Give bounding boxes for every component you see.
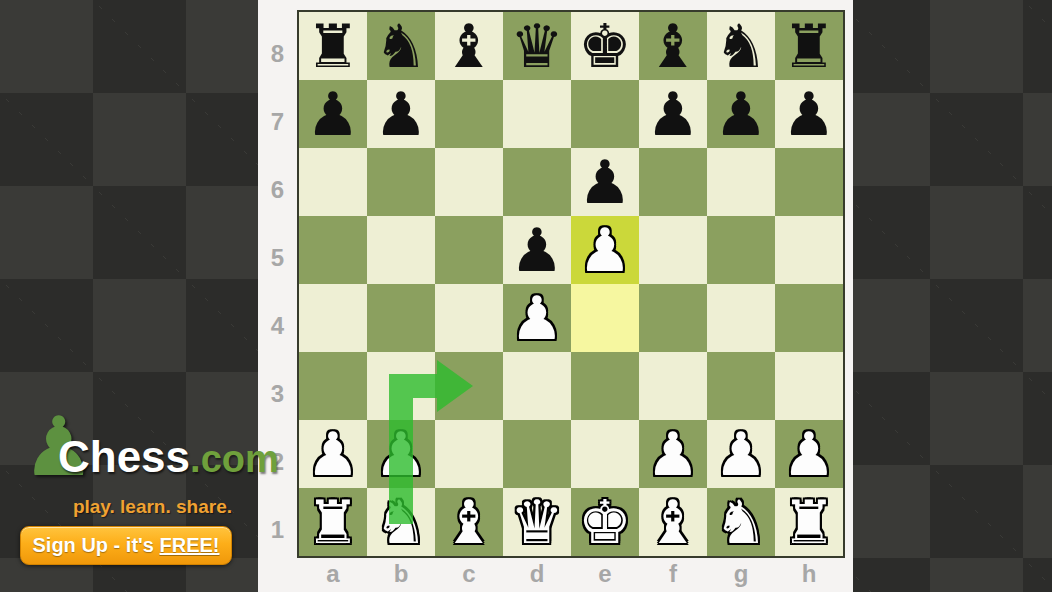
white-bishop-f1[interactable]: ♝	[639, 488, 707, 556]
square-f2[interactable]: ♟	[639, 420, 707, 488]
tagline: play. learn. share.	[20, 496, 236, 518]
white-pawn-a2[interactable]: ♟	[299, 420, 367, 488]
square-a2[interactable]: ♟	[299, 420, 367, 488]
square-b3[interactable]	[367, 352, 435, 420]
black-bishop-c8[interactable]: ♝	[435, 12, 503, 80]
black-pawn-e6[interactable]: ♟	[571, 148, 639, 216]
black-pawn-b7[interactable]: ♟	[367, 80, 435, 148]
square-d1[interactable]: ♛	[503, 488, 571, 556]
black-bishop-f8[interactable]: ♝	[639, 12, 707, 80]
rank-label-7: 7	[258, 88, 297, 156]
square-h2[interactable]: ♟	[775, 420, 843, 488]
square-a3[interactable]	[299, 352, 367, 420]
square-e1[interactable]: ♚	[571, 488, 639, 556]
square-e3[interactable]	[571, 352, 639, 420]
square-g2[interactable]: ♟	[707, 420, 775, 488]
square-e6[interactable]: ♟	[571, 148, 639, 216]
square-b2[interactable]: ♟	[367, 420, 435, 488]
black-pawn-h7[interactable]: ♟	[775, 80, 843, 148]
white-pawn-b2[interactable]: ♟	[367, 420, 435, 488]
file-label-d: d	[503, 558, 571, 590]
sign-up-label-prefix: Sign Up - it's	[33, 534, 160, 556]
square-b6[interactable]	[367, 148, 435, 216]
black-queen-d8[interactable]: ♛	[503, 12, 571, 80]
square-e7[interactable]	[571, 80, 639, 148]
square-c6[interactable]	[435, 148, 503, 216]
file-label-a: a	[299, 558, 367, 590]
black-pawn-g7[interactable]: ♟	[707, 80, 775, 148]
square-h7[interactable]: ♟	[775, 80, 843, 148]
white-pawn-h2[interactable]: ♟	[775, 420, 843, 488]
square-g8[interactable]: ♞	[707, 12, 775, 80]
square-a7[interactable]: ♟	[299, 80, 367, 148]
square-h6[interactable]	[775, 148, 843, 216]
square-d6[interactable]	[503, 148, 571, 216]
chesscom-branding: ♟ Chess.com play. learn. share. Sign Up …	[20, 422, 236, 518]
square-g1[interactable]: ♞	[707, 488, 775, 556]
black-king-e8[interactable]: ♚	[571, 12, 639, 80]
rank-label-5: 5	[258, 224, 297, 292]
content-card: 87654321 ♜♞♝♛♚♝♞♜♟♟♟♟♟♟♟♟♟♟♟♟♟♟♜♞♝♛♚♝♞♜ …	[258, 0, 853, 592]
logo-dotcom-text: .com	[190, 438, 279, 480]
square-b1[interactable]: ♞	[367, 488, 435, 556]
square-d4[interactable]: ♟	[503, 284, 571, 352]
square-c4[interactable]	[435, 284, 503, 352]
white-queen-d1[interactable]: ♛	[503, 488, 571, 556]
white-knight-g1[interactable]: ♞	[707, 488, 775, 556]
square-a1[interactable]: ♜	[299, 488, 367, 556]
square-a4[interactable]	[299, 284, 367, 352]
square-b4[interactable]	[367, 284, 435, 352]
sign-up-button[interactable]: Sign Up - it's FREE!	[20, 526, 232, 565]
square-a8[interactable]: ♜	[299, 12, 367, 80]
square-h1[interactable]: ♜	[775, 488, 843, 556]
file-label-e: e	[571, 558, 639, 590]
square-c5[interactable]	[435, 216, 503, 284]
white-rook-h1[interactable]: ♜	[775, 488, 843, 556]
file-label-h: h	[775, 558, 843, 590]
chesscom-logo[interactable]: ♟ Chess.com	[20, 422, 236, 494]
black-pawn-f7[interactable]: ♟	[639, 80, 707, 148]
square-g3[interactable]	[707, 352, 775, 420]
black-pawn-d5[interactable]: ♟	[503, 216, 571, 284]
square-b8[interactable]: ♞	[367, 12, 435, 80]
logo-text: Chess.com	[58, 432, 279, 482]
square-f5[interactable]	[639, 216, 707, 284]
sign-up-label-free: FREE!	[159, 534, 219, 556]
rank-label-4: 4	[258, 292, 297, 360]
rank-label-6: 6	[258, 156, 297, 224]
square-f6[interactable]	[639, 148, 707, 216]
square-f4[interactable]	[639, 284, 707, 352]
white-pawn-g2[interactable]: ♟	[707, 420, 775, 488]
square-e8[interactable]: ♚	[571, 12, 639, 80]
square-e5[interactable]: ♟	[571, 216, 639, 284]
video-frame: 87654321 ♜♞♝♛♚♝♞♜♟♟♟♟♟♟♟♟♟♟♟♟♟♟♜♞♝♛♚♝♞♜ …	[0, 0, 1052, 592]
square-a5[interactable]	[299, 216, 367, 284]
square-b7[interactable]: ♟	[367, 80, 435, 148]
square-g5[interactable]	[707, 216, 775, 284]
white-knight-b1[interactable]: ♞	[367, 488, 435, 556]
file-label-f: f	[639, 558, 707, 590]
square-e4[interactable]	[571, 284, 639, 352]
file-label-g: g	[707, 558, 775, 590]
square-f8[interactable]: ♝	[639, 12, 707, 80]
square-b5[interactable]	[367, 216, 435, 284]
square-c3[interactable]	[435, 352, 503, 420]
rank-label-3: 3	[258, 360, 297, 428]
white-king-e1[interactable]: ♚	[571, 488, 639, 556]
square-d3[interactable]	[503, 352, 571, 420]
black-knight-b8[interactable]: ♞	[367, 12, 435, 80]
file-label-c: c	[435, 558, 503, 590]
black-pawn-a7[interactable]: ♟	[299, 80, 367, 148]
black-knight-g8[interactable]: ♞	[707, 12, 775, 80]
white-pawn-d4[interactable]: ♟	[503, 284, 571, 352]
rank-label-1: 1	[258, 496, 297, 564]
black-rook-h8[interactable]: ♜	[775, 12, 843, 80]
square-d2[interactable]	[503, 420, 571, 488]
rank-label-8: 8	[258, 20, 297, 88]
sign-up-button-label: Sign Up - it's FREE!	[33, 534, 220, 557]
square-g4[interactable]	[707, 284, 775, 352]
square-f3[interactable]	[639, 352, 707, 420]
square-e2[interactable]	[571, 420, 639, 488]
square-h5[interactable]	[775, 216, 843, 284]
chess-board[interactable]: ♜♞♝♛♚♝♞♜♟♟♟♟♟♟♟♟♟♟♟♟♟♟♜♞♝♛♚♝♞♜	[297, 10, 845, 558]
square-a6[interactable]	[299, 148, 367, 216]
white-rook-a1[interactable]: ♜	[299, 488, 367, 556]
square-d5[interactable]: ♟	[503, 216, 571, 284]
square-h3[interactable]	[775, 352, 843, 420]
square-c1[interactable]: ♝	[435, 488, 503, 556]
logo-chess-text: Chess	[58, 432, 190, 481]
file-label-b: b	[367, 558, 435, 590]
square-h8[interactable]: ♜	[775, 12, 843, 80]
square-f1[interactable]: ♝	[639, 488, 707, 556]
square-g7[interactable]: ♟	[707, 80, 775, 148]
square-d8[interactable]: ♛	[503, 12, 571, 80]
square-c7[interactable]	[435, 80, 503, 148]
square-g6[interactable]	[707, 148, 775, 216]
white-pawn-f2[interactable]: ♟	[639, 420, 707, 488]
white-pawn-e5[interactable]: ♟	[571, 216, 639, 284]
square-d7[interactable]	[503, 80, 571, 148]
square-f7[interactable]: ♟	[639, 80, 707, 148]
square-c2[interactable]	[435, 420, 503, 488]
black-rook-a8[interactable]: ♜	[299, 12, 367, 80]
square-c8[interactable]: ♝	[435, 12, 503, 80]
file-labels: abcdefgh	[299, 558, 843, 590]
white-bishop-c1[interactable]: ♝	[435, 488, 503, 556]
square-h4[interactable]	[775, 284, 843, 352]
